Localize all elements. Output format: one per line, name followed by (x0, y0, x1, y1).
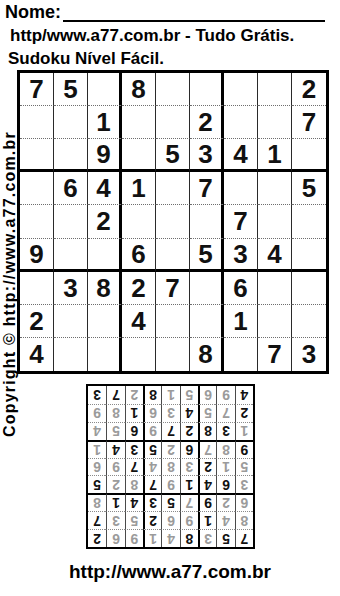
cell-r3c2[interactable] (54, 139, 88, 172)
solution-cell-r4c9: 5 (88, 475, 106, 493)
solution-cell-r6c5: 2 (161, 440, 179, 458)
cell-r2c6: 2 (190, 106, 224, 139)
solution-cell-r3c3: 9 (198, 493, 216, 511)
cell-r7c9[interactable] (292, 272, 326, 305)
cell-r5c4[interactable] (122, 205, 156, 238)
solution-cell-r8c3: 5 (198, 404, 216, 422)
solution-cell-r3c4: 7 (180, 493, 198, 511)
solution-cell-r3c2: 2 (216, 493, 234, 511)
solution-cell-r8c2: 7 (216, 404, 234, 422)
cell-r9c1: 4 (20, 338, 54, 371)
cell-r5c1[interactable] (20, 205, 54, 238)
copyright-vertical-text: Copyright © http://www.a77.com.br (1, 131, 19, 437)
cell-r9c8: 7 (258, 338, 292, 371)
cell-r7c5: 7 (156, 272, 190, 305)
cell-r6c4: 6 (122, 239, 156, 272)
solution-cell-r1c4: 8 (180, 529, 198, 547)
cell-r2c2[interactable] (54, 106, 88, 139)
solution-cell-r9c6: 8 (143, 386, 161, 404)
cell-r5c9[interactable] (292, 205, 326, 238)
solution-cell-r7c7: 6 (125, 422, 143, 440)
cell-r4c9: 5 (292, 172, 326, 205)
cell-r7c6[interactable] (190, 272, 224, 305)
solution-cell-r9c9: 3 (88, 386, 106, 404)
cell-r1c6[interactable] (190, 73, 224, 106)
cell-r5c7: 7 (224, 205, 258, 238)
solution-cell-r1c7: 9 (125, 529, 143, 547)
cell-r5c8[interactable] (258, 205, 292, 238)
solution-cell-r3c6: 3 (143, 493, 161, 511)
cell-r6c5[interactable] (156, 239, 190, 272)
solution-cell-r6c4: 6 (180, 440, 198, 458)
solution-cell-r8c6: 6 (143, 404, 161, 422)
solution-cell-r2c3: 1 (198, 511, 216, 529)
cell-r1c2: 5 (54, 73, 88, 106)
solution-cell-r2c6: 2 (143, 511, 161, 529)
solution-cell-r8c7: 1 (125, 404, 143, 422)
cell-r7c4: 2 (122, 272, 156, 305)
cell-r3c3: 9 (88, 139, 122, 172)
cell-r2c1[interactable] (20, 106, 54, 139)
solution-cell-r3c7: 4 (125, 493, 143, 511)
cell-r4c4: 1 (122, 172, 156, 205)
cell-r6c7: 3 (224, 239, 258, 272)
solution-cell-r1c5: 4 (161, 529, 179, 547)
cell-r3c8: 1 (258, 139, 292, 172)
solution-cell-r4c1: 3 (235, 475, 253, 493)
cell-r1c5[interactable] (156, 73, 190, 106)
cell-r3c6: 3 (190, 139, 224, 172)
solution-cell-r5c7: 7 (125, 458, 143, 476)
solution-cell-r5c9: 6 (88, 458, 106, 476)
cell-r2c9: 7 (292, 106, 326, 139)
solution-cell-r7c2: 3 (216, 422, 234, 440)
solution-cell-r2c9: 7 (88, 511, 106, 529)
solution-cell-r4c4: 1 (180, 475, 198, 493)
cell-r9c7[interactable] (224, 338, 258, 371)
solution-cell-r3c8: 1 (106, 493, 124, 511)
name-underline (63, 2, 325, 22)
solution-cell-r1c8: 6 (106, 529, 124, 547)
solution-cell-r9c4: 5 (180, 386, 198, 404)
name-row: Nome: (5, 2, 325, 22)
solution-cell-r2c8: 3 (106, 511, 124, 529)
cell-r4c5[interactable] (156, 172, 190, 205)
page-title: Sudoku Nível Fácil. (8, 49, 164, 69)
solution-cell-r8c8: 8 (106, 404, 124, 422)
solution-cell-r4c3: 4 (198, 475, 216, 493)
solution-cell-r4c8: 2 (106, 475, 124, 493)
solution-cell-r7c5: 7 (161, 422, 179, 440)
cell-r5c2[interactable] (54, 205, 88, 238)
solution-cell-r4c6: 7 (143, 475, 161, 493)
cell-r1c1: 7 (20, 73, 54, 106)
cell-r8c3[interactable] (88, 305, 122, 338)
solution-cell-r5c6: 4 (143, 458, 161, 476)
cell-r4c7[interactable] (224, 172, 258, 205)
solution-cell-r7c3: 8 (198, 422, 216, 440)
cell-r6c1: 9 (20, 239, 54, 272)
cell-r9c4[interactable] (122, 338, 156, 371)
solution-cell-r2c4: 9 (180, 511, 198, 529)
cell-r8c9[interactable] (292, 305, 326, 338)
solution-cell-r9c3: 6 (198, 386, 216, 404)
cell-r7c7: 6 (224, 272, 258, 305)
solution-cell-r7c6: 9 (143, 422, 161, 440)
solution-cell-r6c7: 3 (125, 440, 143, 458)
solution-cell-r5c4: 3 (180, 458, 198, 476)
cell-r1c9: 2 (292, 73, 326, 106)
solution-cell-r4c2: 6 (216, 475, 234, 493)
solution-cell-r7c4: 2 (180, 422, 198, 440)
solution-cell-r6c1: 9 (235, 440, 253, 458)
solution-cell-r5c3: 2 (198, 458, 216, 476)
cell-r9c6: 8 (190, 338, 224, 371)
solution-cell-r6c8: 4 (106, 440, 124, 458)
cell-r5c6[interactable] (190, 205, 224, 238)
cell-r8c4: 4 (122, 305, 156, 338)
solution-cell-r7c1: 1 (235, 422, 253, 440)
cell-r3c4[interactable] (122, 139, 156, 172)
sudoku-page: Nome: http/www.a77.com.br - Tudo Grátis.… (0, 0, 340, 596)
solution-cell-r8c4: 4 (180, 404, 198, 422)
cell-r2c8[interactable] (258, 106, 292, 139)
solution-cell-r3c1: 6 (235, 493, 253, 511)
solution-cell-r9c1: 4 (235, 386, 253, 404)
solution-cell-r5c5: 8 (161, 458, 179, 476)
solution-cell-r8c1: 2 (235, 404, 253, 422)
cell-r9c9: 3 (292, 338, 326, 371)
solution-cell-r2c7: 5 (125, 511, 143, 529)
cell-r8c6[interactable] (190, 305, 224, 338)
cell-r3c5: 5 (156, 139, 190, 172)
solution-cell-r9c8: 7 (106, 386, 124, 404)
solution-cell-r5c1: 5 (235, 458, 253, 476)
cell-r9c3[interactable] (88, 338, 122, 371)
cell-r1c7[interactable] (224, 73, 258, 106)
cell-r4c1[interactable] (20, 172, 54, 205)
solution-cell-r9c2: 9 (216, 386, 234, 404)
cell-r3c7: 4 (224, 139, 258, 172)
cell-r7c8[interactable] (258, 272, 292, 305)
cell-r8c7: 1 (224, 305, 258, 338)
solution-cell-r8c5: 3 (161, 404, 179, 422)
solution-cell-r1c3: 3 (198, 529, 216, 547)
cell-r4c8[interactable] (258, 172, 292, 205)
solution-cell-r4c7: 8 (125, 475, 143, 493)
solution-cell-r1c1: 7 (235, 529, 253, 547)
solution-cell-r8c9: 9 (88, 404, 106, 422)
cell-r3c1[interactable] (20, 139, 54, 172)
cell-r6c3[interactable] (88, 239, 122, 272)
cell-r1c3[interactable] (88, 73, 122, 106)
solution-cell-r7c9: 4 (88, 422, 106, 440)
cell-r6c8: 4 (258, 239, 292, 272)
solution-cell-r3c5: 5 (161, 493, 179, 511)
cell-r3c9[interactable] (292, 139, 326, 172)
solution-cell-r2c5: 6 (161, 511, 179, 529)
cell-r8c8[interactable] (258, 305, 292, 338)
cell-r4c2: 6 (54, 172, 88, 205)
solution-cell-r2c1: 8 (235, 511, 253, 529)
solution-cell-r6c9: 1 (88, 440, 106, 458)
cell-r2c4[interactable] (122, 106, 156, 139)
solution-cell-r1c6: 1 (143, 529, 161, 547)
solution-cell-r5c8: 9 (106, 458, 124, 476)
cell-r2c7[interactable] (224, 106, 258, 139)
cell-r8c2[interactable] (54, 305, 88, 338)
cell-r6c2[interactable] (54, 239, 88, 272)
cell-r5c5[interactable] (156, 205, 190, 238)
cell-r8c1: 2 (20, 305, 54, 338)
solution-cell-r9c7: 2 (125, 386, 143, 404)
solution-cell-r1c9: 2 (88, 529, 106, 547)
name-label: Nome: (5, 2, 61, 22)
solution-cell-r1c2: 5 (216, 529, 234, 547)
cell-r6c9[interactable] (292, 239, 326, 272)
cell-r8c5[interactable] (156, 305, 190, 338)
cell-r4c3: 4 (88, 172, 122, 205)
footer-url: http://www.a77.com.br (0, 561, 340, 583)
cell-r7c1[interactable] (20, 272, 54, 305)
cell-r7c3: 8 (88, 272, 122, 305)
cell-r9c2[interactable] (54, 338, 88, 371)
cell-r2c3: 1 (88, 106, 122, 139)
cell-r6c6: 5 (190, 239, 224, 272)
solution-cell-r9c5: 1 (161, 386, 179, 404)
sudoku-grid: 758212795341641752796534382762414873 (17, 70, 329, 374)
solution-cell-r3c9: 8 (88, 493, 106, 511)
cell-r1c4: 8 (122, 73, 156, 106)
solution-cell-r6c6: 5 (143, 440, 161, 458)
solution-cell-r7c8: 5 (106, 422, 124, 440)
cell-r4c6: 7 (190, 172, 224, 205)
cell-r5c3: 2 (88, 205, 122, 238)
cell-r7c2: 3 (54, 272, 88, 305)
solution-cell-r6c2: 8 (216, 440, 234, 458)
cell-r9c5[interactable] (156, 338, 190, 371)
site-tagline: http/www.a77.com.br - Tudo Grátis. (10, 26, 294, 46)
cell-r2c5[interactable] (156, 106, 190, 139)
solution-cell-r4c5: 9 (161, 475, 179, 493)
solution-cell-r6c3: 7 (198, 440, 216, 458)
solution-cell-r2c2: 4 (216, 511, 234, 529)
solution-grid-rotated: 7538419628419625376297534183641978255123… (86, 384, 255, 549)
solution-cell-r5c2: 1 (216, 458, 234, 476)
cell-r1c8[interactable] (258, 73, 292, 106)
